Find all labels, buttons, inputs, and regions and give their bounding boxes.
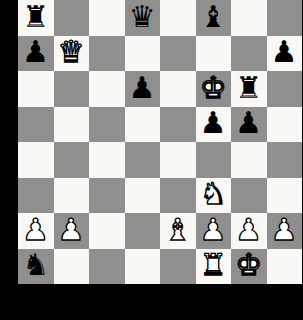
square-d1[interactable] — [125, 249, 161, 285]
square-d6[interactable]: ♟ — [125, 71, 161, 107]
square-f6[interactable]: ♚ — [196, 71, 232, 107]
square-h1[interactable] — [267, 249, 303, 285]
piece-white-pawn: ♟ — [235, 215, 262, 245]
square-d8[interactable]: ♛ — [125, 0, 161, 36]
square-e4[interactable] — [160, 142, 196, 178]
square-b1[interactable] — [54, 249, 90, 285]
piece-white-pawn: ♟ — [271, 215, 298, 245]
square-c8[interactable] — [89, 0, 125, 36]
piece-white-king: ♚ — [235, 250, 262, 280]
square-e5[interactable] — [160, 107, 196, 143]
square-g4[interactable] — [231, 142, 267, 178]
square-e6[interactable] — [160, 71, 196, 107]
square-e1[interactable] — [160, 249, 196, 285]
square-e7[interactable] — [160, 36, 196, 72]
square-d2[interactable] — [125, 213, 161, 249]
square-b5[interactable] — [54, 107, 90, 143]
piece-white-knight: ♞ — [200, 179, 227, 209]
square-g6[interactable]: ♜ — [231, 71, 267, 107]
square-d7[interactable] — [125, 36, 161, 72]
piece-white-pawn: ♟ — [58, 215, 85, 245]
square-a1[interactable]: ♞ — [18, 249, 54, 285]
square-b7[interactable]: ♛ — [54, 36, 90, 72]
square-c5[interactable] — [89, 107, 125, 143]
square-b6[interactable] — [54, 71, 90, 107]
square-h8[interactable] — [267, 0, 303, 36]
square-g3[interactable] — [231, 178, 267, 214]
square-f4[interactable] — [196, 142, 232, 178]
piece-black-pawn: ♟ — [271, 37, 298, 67]
square-e2[interactable]: ♝ — [160, 213, 196, 249]
square-g8[interactable] — [231, 0, 267, 36]
square-e3[interactable] — [160, 178, 196, 214]
piece-black-pawn: ♟ — [200, 108, 227, 138]
square-a5[interactable] — [18, 107, 54, 143]
chess-board: ♜♛♝♟♛♟♟♚♜♟♟♞♟♟♝♟♟♟♞♜♚ — [18, 0, 302, 284]
square-f8[interactable]: ♝ — [196, 0, 232, 36]
square-c6[interactable] — [89, 71, 125, 107]
square-g5[interactable]: ♟ — [231, 107, 267, 143]
piece-white-pawn: ♟ — [200, 215, 227, 245]
square-f3[interactable]: ♞ — [196, 178, 232, 214]
square-b3[interactable] — [54, 178, 90, 214]
square-a3[interactable] — [18, 178, 54, 214]
square-c4[interactable] — [89, 142, 125, 178]
square-f5[interactable]: ♟ — [196, 107, 232, 143]
square-a6[interactable] — [18, 71, 54, 107]
square-f1[interactable]: ♜ — [196, 249, 232, 285]
piece-white-pawn: ♟ — [22, 215, 49, 245]
square-c1[interactable] — [89, 249, 125, 285]
square-a8[interactable]: ♜ — [18, 0, 54, 36]
square-h2[interactable]: ♟ — [267, 213, 303, 249]
square-h6[interactable] — [267, 71, 303, 107]
square-b4[interactable] — [54, 142, 90, 178]
piece-black-pawn: ♟ — [129, 73, 156, 103]
square-g2[interactable]: ♟ — [231, 213, 267, 249]
square-h7[interactable]: ♟ — [267, 36, 303, 72]
square-d4[interactable] — [125, 142, 161, 178]
piece-black-pawn: ♟ — [235, 108, 262, 138]
square-c7[interactable] — [89, 36, 125, 72]
square-f7[interactable] — [196, 36, 232, 72]
square-f2[interactable]: ♟ — [196, 213, 232, 249]
square-g7[interactable] — [231, 36, 267, 72]
square-b8[interactable] — [54, 0, 90, 36]
square-h5[interactable] — [267, 107, 303, 143]
piece-black-rook: ♜ — [235, 73, 262, 103]
square-d3[interactable] — [125, 178, 161, 214]
square-e8[interactable] — [160, 0, 196, 36]
piece-black-bishop: ♝ — [200, 2, 227, 32]
piece-black-pawn: ♟ — [22, 37, 49, 67]
square-d5[interactable] — [125, 107, 161, 143]
square-a2[interactable]: ♟ — [18, 213, 54, 249]
square-g1[interactable]: ♚ — [231, 249, 267, 285]
piece-white-bishop: ♝ — [164, 215, 191, 245]
piece-black-knight: ♞ — [22, 250, 49, 280]
square-c2[interactable] — [89, 213, 125, 249]
square-a4[interactable] — [18, 142, 54, 178]
piece-black-rook: ♜ — [22, 2, 49, 32]
square-c3[interactable] — [89, 178, 125, 214]
square-a7[interactable]: ♟ — [18, 36, 54, 72]
piece-black-queen: ♛ — [129, 2, 156, 32]
piece-white-queen: ♛ — [58, 37, 85, 67]
piece-white-rook: ♜ — [200, 250, 227, 280]
square-h4[interactable] — [267, 142, 303, 178]
square-b2[interactable]: ♟ — [54, 213, 90, 249]
piece-white-king: ♚ — [200, 73, 227, 103]
square-h3[interactable] — [267, 178, 303, 214]
